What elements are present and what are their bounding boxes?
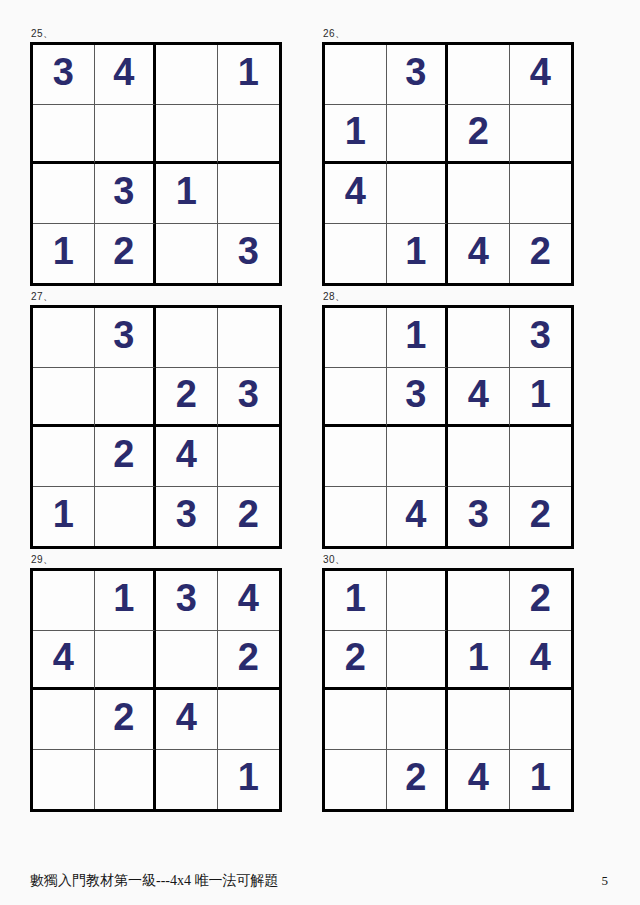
cell-r1c4: 3 [510,308,572,368]
cell-r1c2: 1 [387,308,449,368]
cell-r1c3[interactable] [448,308,510,368]
cell-r1c3[interactable] [156,45,218,105]
cell-r3c4[interactable] [510,690,572,750]
cell-r2c2[interactable] [95,368,157,428]
puzzle-label-28: 28、 [323,290,574,303]
cell-r2c4: 4 [510,631,572,691]
cell-r4c1[interactable] [325,750,387,810]
cell-r1c3[interactable] [448,571,510,631]
given-digit: 2 [113,698,134,736]
cell-r1c4: 4 [218,571,280,631]
cell-r4c2[interactable] [95,487,157,547]
given-digit: 4 [530,53,551,91]
cell-r3c1[interactable] [325,690,387,750]
cell-r2c2[interactable] [95,105,157,165]
cell-r4c1: 1 [33,224,95,284]
given-digit: 1 [238,758,259,796]
cell-r1c2: 3 [387,45,449,105]
cell-r2c3[interactable] [156,631,218,691]
puzzle-29: 29、 13442241 [30,553,282,812]
cell-r4c1[interactable] [325,487,387,547]
given-digit: 3 [113,172,134,210]
cell-r2c1: 4 [33,631,95,691]
page-footer: 數獨入門教材第一級---4x4 唯一法可解題 5 [30,872,608,890]
given-digit: 1 [405,316,426,354]
cell-r4c1[interactable] [33,750,95,810]
given-digit: 3 [530,316,551,354]
cell-r4c4: 3 [218,224,280,284]
cell-r1c2: 4 [95,45,157,105]
cell-r2c4: 2 [218,631,280,691]
cell-r2c3: 2 [156,368,218,428]
cell-r1c4: 4 [510,45,572,105]
puzzle-label-25: 25、 [31,27,282,40]
cell-r3c2[interactable] [387,164,449,224]
cell-r3c4[interactable] [218,427,280,487]
given-digit: 1 [53,232,74,270]
cell-r3c1[interactable] [33,164,95,224]
given-digit: 4 [530,638,551,676]
given-digit: 3 [468,495,489,533]
given-digit: 2 [530,495,551,533]
cell-r1c1[interactable] [33,571,95,631]
cell-r3c2: 3 [95,164,157,224]
cell-r4c4: 2 [510,224,572,284]
cell-r3c2: 2 [95,690,157,750]
given-digit: 2 [530,579,551,617]
given-digit: 4 [468,232,489,270]
given-digit: 2 [113,435,134,473]
given-digit: 3 [405,375,426,413]
cell-r4c3: 3 [156,487,218,547]
puzzle-27: 27、 32324132 [30,290,282,549]
cell-r3c2[interactable] [387,690,449,750]
given-digit: 1 [53,495,74,533]
cell-r3c4[interactable] [510,164,572,224]
puzzle-label-30: 30、 [323,553,574,566]
cell-r4c1: 1 [33,487,95,547]
cell-r2c2: 3 [387,368,449,428]
given-digit: 1 [468,638,489,676]
given-digit: 4 [53,638,74,676]
cell-r2c1[interactable] [33,368,95,428]
cell-r3c4[interactable] [510,427,572,487]
puzzle-label-27: 27、 [31,290,282,303]
given-digit: 2 [405,758,426,796]
given-digit: 2 [176,375,197,413]
cell-r4c4: 1 [218,750,280,810]
given-digit: 4 [238,579,259,617]
cell-r3c3[interactable] [448,164,510,224]
cell-r2c4[interactable] [218,105,280,165]
given-digit: 1 [176,172,197,210]
cell-r2c3[interactable] [156,105,218,165]
cell-r4c2: 2 [95,224,157,284]
cell-r3c1[interactable] [33,690,95,750]
cell-r1c1: 3 [33,45,95,105]
sudoku-board-28: 13341432 [322,305,574,549]
cell-r1c1: 1 [325,571,387,631]
cell-r3c3[interactable] [448,427,510,487]
cell-r3c1[interactable] [325,427,387,487]
given-digit: 4 [176,435,197,473]
puzzle-25: 25、 34131123 [30,27,282,286]
puzzle-grid-container: 25、 34131123 26、 34124142 27、 32324132 2… [30,27,574,812]
cell-r2c4: 3 [218,368,280,428]
cell-r1c4: 1 [218,45,280,105]
given-digit: 3 [238,232,259,270]
given-digit: 2 [238,638,259,676]
given-digit: 3 [176,495,197,533]
cell-r1c1[interactable] [33,308,95,368]
cell-r3c1[interactable] [33,427,95,487]
given-digit: 2 [530,232,551,270]
given-digit: 2 [345,638,366,676]
footer-title: 數獨入門教材第一級---4x4 唯一法可解題 [30,872,279,890]
given-digit: 4 [345,172,366,210]
given-digit: 3 [113,316,134,354]
page-number: 5 [602,873,609,889]
cell-r4c1[interactable] [325,224,387,284]
cell-r1c1[interactable] [325,45,387,105]
given-digit: 1 [405,232,426,270]
cell-r2c4: 1 [510,368,572,428]
given-digit: 4 [113,53,134,91]
given-digit: 3 [53,53,74,91]
cell-r3c1: 4 [325,164,387,224]
cell-r3c2: 2 [95,427,157,487]
given-digit: 2 [468,112,489,150]
cell-r2c3: 1 [448,631,510,691]
given-digit: 1 [530,758,551,796]
given-digit: 4 [468,375,489,413]
cell-r1c2: 3 [95,308,157,368]
cell-r1c1[interactable] [325,308,387,368]
cell-r4c4: 2 [510,487,572,547]
given-digit: 2 [238,495,259,533]
cell-r1c3: 3 [156,571,218,631]
cell-r2c4[interactable] [510,105,572,165]
cell-r4c2: 2 [387,750,449,810]
cell-r3c4[interactable] [218,164,280,224]
puzzle-26: 26、 34124142 [322,27,574,286]
given-digit: 3 [176,579,197,617]
cell-r4c4: 2 [218,487,280,547]
sudoku-board-30: 12214241 [322,568,574,812]
sudoku-board-26: 34124142 [322,42,574,286]
cell-r4c3[interactable] [156,224,218,284]
cell-r1c2: 1 [95,571,157,631]
given-digit: 3 [405,53,426,91]
sudoku-board-25: 34131123 [30,42,282,286]
cell-r1c3[interactable] [156,308,218,368]
puzzle-label-26: 26、 [323,27,574,40]
given-digit: 4 [176,698,197,736]
given-digit: 2 [113,232,134,270]
cell-r4c3: 4 [448,750,510,810]
given-digit: 1 [345,112,366,150]
cell-r1c4: 2 [510,571,572,631]
cell-r4c3: 3 [448,487,510,547]
cell-r2c1[interactable] [33,105,95,165]
cell-r2c2[interactable] [387,631,449,691]
cell-r4c2: 4 [387,487,449,547]
cell-r2c1: 1 [325,105,387,165]
cell-r2c3: 2 [448,105,510,165]
puzzle-label-29: 29、 [31,553,282,566]
cell-r1c4[interactable] [218,308,280,368]
given-digit: 3 [238,375,259,413]
cell-r2c1[interactable] [325,368,387,428]
given-digit: 4 [405,495,426,533]
given-digit: 1 [113,579,134,617]
cell-r4c4: 1 [510,750,572,810]
cell-r4c2: 1 [387,224,449,284]
cell-r3c3: 4 [156,427,218,487]
given-digit: 1 [345,579,366,617]
cell-r3c3[interactable] [448,690,510,750]
cell-r4c3[interactable] [156,750,218,810]
cell-r2c2[interactable] [387,105,449,165]
cell-r1c2[interactable] [387,571,449,631]
cell-r2c2[interactable] [95,631,157,691]
puzzle-28: 28、 13341432 [322,290,574,549]
cell-r3c3: 4 [156,690,218,750]
cell-r3c2[interactable] [387,427,449,487]
given-digit: 1 [530,375,551,413]
cell-r1c3[interactable] [448,45,510,105]
sudoku-board-27: 32324132 [30,305,282,549]
cell-r4c2[interactable] [95,750,157,810]
given-digit: 4 [468,758,489,796]
cell-r4c3: 4 [448,224,510,284]
cell-r3c3: 1 [156,164,218,224]
sudoku-board-29: 13442241 [30,568,282,812]
given-digit: 1 [238,53,259,91]
cell-r2c1: 2 [325,631,387,691]
worksheet-page: 25、 34131123 26、 34124142 27、 32324132 2… [0,0,640,905]
puzzle-30: 30、 12214241 [322,553,574,812]
cell-r3c4[interactable] [218,690,280,750]
cell-r2c3: 4 [448,368,510,428]
